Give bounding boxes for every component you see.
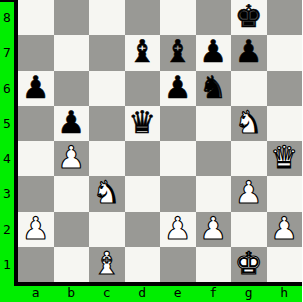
square-h8[interactable] bbox=[267, 0, 303, 35]
square-e6[interactable]: ♟ bbox=[160, 71, 196, 106]
square-f7[interactable]: ♟ bbox=[196, 35, 232, 70]
file-label-f: f bbox=[196, 285, 232, 302]
piece-white-pawn[interactable]: ♟ bbox=[22, 213, 50, 244]
piece-white-knight[interactable]: ♞ bbox=[93, 177, 121, 208]
file-labels: abcdefgh bbox=[18, 285, 302, 302]
piece-white-pawn[interactable]: ♟ bbox=[164, 213, 192, 244]
square-d8[interactable] bbox=[125, 0, 161, 35]
square-g3[interactable]: ♟ bbox=[231, 176, 267, 211]
square-h4[interactable]: ♛ bbox=[267, 141, 303, 176]
chess-board[interactable]: ♚♝♝♟♟♟♟♞♟♛♞♟♛♞♟♟♟♟♟♝♚ bbox=[18, 0, 302, 282]
square-g8[interactable]: ♚ bbox=[231, 0, 267, 35]
square-c1[interactable]: ♝ bbox=[89, 247, 125, 282]
square-h7[interactable] bbox=[267, 35, 303, 70]
square-h6[interactable] bbox=[267, 71, 303, 106]
piece-white-pawn[interactable]: ♟ bbox=[57, 142, 85, 173]
square-d6[interactable] bbox=[125, 71, 161, 106]
square-e4[interactable] bbox=[160, 141, 196, 176]
square-c5[interactable] bbox=[89, 106, 125, 141]
square-d7[interactable]: ♝ bbox=[125, 35, 161, 70]
file-label-a: a bbox=[18, 285, 54, 302]
piece-black-knight[interactable]: ♞ bbox=[199, 72, 227, 103]
square-a7[interactable] bbox=[18, 35, 54, 70]
square-d1[interactable] bbox=[125, 247, 161, 282]
square-c6[interactable] bbox=[89, 71, 125, 106]
file-label-e: e bbox=[160, 285, 196, 302]
square-f6[interactable]: ♞ bbox=[196, 71, 232, 106]
square-d4[interactable] bbox=[125, 141, 161, 176]
square-d3[interactable] bbox=[125, 176, 161, 211]
rank-label-7: 7 bbox=[0, 35, 14, 70]
square-b5[interactable]: ♟ bbox=[54, 106, 90, 141]
piece-white-pawn[interactable]: ♟ bbox=[235, 177, 263, 208]
piece-black-pawn[interactable]: ♟ bbox=[57, 107, 85, 138]
square-a1[interactable] bbox=[18, 247, 54, 282]
piece-black-bishop[interactable]: ♝ bbox=[164, 36, 192, 67]
rank-label-2: 2 bbox=[0, 212, 14, 247]
square-a4[interactable] bbox=[18, 141, 54, 176]
rank-label-4: 4 bbox=[0, 141, 14, 176]
square-e3[interactable] bbox=[160, 176, 196, 211]
square-f4[interactable] bbox=[196, 141, 232, 176]
rank-label-1: 1 bbox=[0, 247, 14, 282]
square-c4[interactable] bbox=[89, 141, 125, 176]
square-e2[interactable]: ♟ bbox=[160, 212, 196, 247]
piece-black-king[interactable]: ♚ bbox=[235, 1, 263, 32]
square-d5[interactable]: ♛ bbox=[125, 106, 161, 141]
file-label-c: c bbox=[89, 285, 125, 302]
square-b8[interactable] bbox=[54, 0, 90, 35]
rank-label-5: 5 bbox=[0, 106, 14, 141]
square-f8[interactable] bbox=[196, 0, 232, 35]
square-c2[interactable] bbox=[89, 212, 125, 247]
rank-label-3: 3 bbox=[0, 176, 14, 211]
piece-black-pawn[interactable]: ♟ bbox=[22, 72, 50, 103]
square-b1[interactable] bbox=[54, 247, 90, 282]
piece-white-king[interactable]: ♚ bbox=[235, 248, 263, 279]
square-d2[interactable] bbox=[125, 212, 161, 247]
square-a5[interactable] bbox=[18, 106, 54, 141]
file-label-b: b bbox=[54, 285, 90, 302]
square-b2[interactable] bbox=[54, 212, 90, 247]
square-b7[interactable] bbox=[54, 35, 90, 70]
square-g6[interactable] bbox=[231, 71, 267, 106]
square-a6[interactable]: ♟ bbox=[18, 71, 54, 106]
square-a3[interactable] bbox=[18, 176, 54, 211]
square-e1[interactable] bbox=[160, 247, 196, 282]
piece-black-bishop[interactable]: ♝ bbox=[128, 36, 156, 67]
piece-white-queen[interactable]: ♛ bbox=[270, 142, 298, 173]
square-g2[interactable] bbox=[231, 212, 267, 247]
piece-black-pawn[interactable]: ♟ bbox=[199, 36, 227, 67]
piece-white-pawn[interactable]: ♟ bbox=[199, 213, 227, 244]
rank-labels: 87654321 bbox=[0, 0, 14, 282]
square-h2[interactable]: ♟ bbox=[267, 212, 303, 247]
square-h1[interactable] bbox=[267, 247, 303, 282]
square-e8[interactable] bbox=[160, 0, 196, 35]
square-g4[interactable] bbox=[231, 141, 267, 176]
square-c3[interactable]: ♞ bbox=[89, 176, 125, 211]
square-g1[interactable]: ♚ bbox=[231, 247, 267, 282]
file-label-g: g bbox=[231, 285, 267, 302]
square-b4[interactable]: ♟ bbox=[54, 141, 90, 176]
piece-white-pawn[interactable]: ♟ bbox=[270, 213, 298, 244]
square-a8[interactable] bbox=[18, 0, 54, 35]
piece-black-queen[interactable]: ♛ bbox=[128, 107, 156, 138]
square-f2[interactable]: ♟ bbox=[196, 212, 232, 247]
square-b6[interactable] bbox=[54, 71, 90, 106]
square-g5[interactable]: ♞ bbox=[231, 106, 267, 141]
piece-black-pawn[interactable]: ♟ bbox=[235, 36, 263, 67]
square-e7[interactable]: ♝ bbox=[160, 35, 196, 70]
square-e5[interactable] bbox=[160, 106, 196, 141]
square-b3[interactable] bbox=[54, 176, 90, 211]
file-label-h: h bbox=[267, 285, 303, 302]
square-f3[interactable] bbox=[196, 176, 232, 211]
piece-black-pawn[interactable]: ♟ bbox=[164, 72, 192, 103]
square-a2[interactable]: ♟ bbox=[18, 212, 54, 247]
rank-label-8: 8 bbox=[0, 0, 14, 35]
square-g7[interactable]: ♟ bbox=[231, 35, 267, 70]
square-c7[interactable] bbox=[89, 35, 125, 70]
rank-label-6: 6 bbox=[0, 71, 14, 106]
square-f1[interactable] bbox=[196, 247, 232, 282]
piece-white-bishop[interactable]: ♝ bbox=[93, 248, 121, 279]
file-label-d: d bbox=[125, 285, 161, 302]
chess-board-window: 87654321 ♚♝♝♟♟♟♟♞♟♛♞♟♛♞♟♟♟♟♟♝♚ abcdefgh bbox=[0, 0, 302, 302]
square-f5[interactable] bbox=[196, 106, 232, 141]
piece-white-knight[interactable]: ♞ bbox=[235, 107, 263, 138]
square-h5[interactable] bbox=[267, 106, 303, 141]
square-c8[interactable] bbox=[89, 0, 125, 35]
square-h3[interactable] bbox=[267, 176, 303, 211]
